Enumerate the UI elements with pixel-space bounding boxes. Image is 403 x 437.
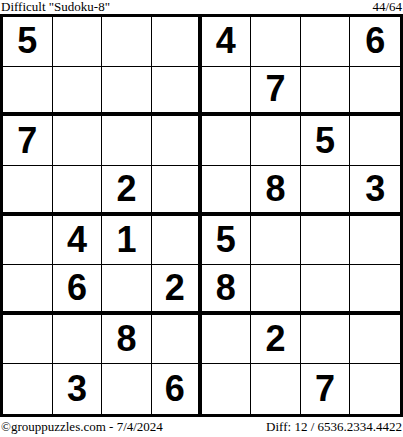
sudoku-cell-r3c3[interactable]: [102, 116, 152, 166]
given-digit: 2: [165, 270, 185, 306]
given-digit: 5: [315, 123, 335, 159]
sudoku-cell-r2c7[interactable]: [301, 67, 351, 117]
sudoku-cell-r5c1[interactable]: [3, 216, 53, 266]
sudoku-cell-r1c5[interactable]: 4: [202, 17, 252, 67]
sudoku-cell-r7c3[interactable]: 8: [102, 315, 152, 365]
given-digit: 6: [67, 270, 87, 306]
given-digit: 8: [265, 171, 285, 207]
sudoku-cell-r2c4[interactable]: [152, 67, 202, 117]
given-digit: 4: [216, 23, 236, 59]
sudoku-cell-r5c2[interactable]: 4: [53, 216, 103, 266]
sudoku-cell-r8c2[interactable]: 3: [53, 364, 103, 414]
sudoku-cell-r1c6[interactable]: [251, 17, 301, 67]
sudoku-cell-r5c4[interactable]: [152, 216, 202, 266]
sudoku-cell-r6c8[interactable]: [350, 265, 400, 315]
sudoku-cell-r3c4[interactable]: [152, 116, 202, 166]
given-digit: 2: [265, 321, 285, 357]
sudoku-cell-r8c3[interactable]: [102, 364, 152, 414]
given-digit: 8: [117, 321, 137, 357]
sudoku-cell-r2c3[interactable]: [102, 67, 152, 117]
given-digit: 7: [265, 71, 285, 107]
sudoku-cell-r7c1[interactable]: [3, 315, 53, 365]
sudoku-cell-r2c8[interactable]: [350, 67, 400, 117]
sudoku-board: 54677528341562882367: [0, 14, 403, 417]
sudoku-cell-r1c8[interactable]: 6: [350, 17, 400, 67]
sudoku-cell-r2c2[interactable]: [53, 67, 103, 117]
puzzle-title: Difficult "Sudoku-8": [1, 0, 110, 14]
sudoku-cell-r8c7[interactable]: 7: [301, 364, 351, 414]
given-digit: 8: [216, 270, 236, 306]
sudoku-cell-r7c4[interactable]: [152, 315, 202, 365]
given-digit: 3: [365, 171, 385, 207]
sudoku-cell-r4c2[interactable]: [53, 166, 103, 216]
sudoku-cell-r3c1[interactable]: 7: [3, 116, 53, 166]
sudoku-cell-r4c4[interactable]: [152, 166, 202, 216]
sudoku-cell-r3c5[interactable]: [202, 116, 252, 166]
given-digit: 1: [117, 222, 137, 258]
sudoku-cell-r8c5[interactable]: [202, 364, 252, 414]
sudoku-cell-r8c1[interactable]: [3, 364, 53, 414]
sudoku-cell-r7c2[interactable]: [53, 315, 103, 365]
sudoku-cell-r2c6[interactable]: 7: [251, 67, 301, 117]
sudoku-cell-r1c7[interactable]: [301, 17, 351, 67]
sudoku-cell-r1c2[interactable]: [53, 17, 103, 67]
sudoku-cell-r5c3[interactable]: 1: [102, 216, 152, 266]
sudoku-cell-r3c7[interactable]: 5: [301, 116, 351, 166]
sudoku-cell-r4c5[interactable]: [202, 166, 252, 216]
sudoku-cell-r6c2[interactable]: 6: [53, 265, 103, 315]
sudoku-cell-r6c6[interactable]: [251, 265, 301, 315]
sudoku-cell-r2c1[interactable]: [3, 67, 53, 117]
sudoku-cell-r3c6[interactable]: [251, 116, 301, 166]
sudoku-cell-r7c8[interactable]: [350, 315, 400, 365]
sudoku-cell-r5c5[interactable]: 5: [202, 216, 252, 266]
given-digit: 6: [365, 23, 385, 59]
sudoku-cell-r6c4[interactable]: 2: [152, 265, 202, 315]
sudoku-cell-r1c3[interactable]: [102, 17, 152, 67]
sudoku-cell-r8c6[interactable]: [251, 364, 301, 414]
empty-cells-counter: 44/64: [372, 0, 402, 14]
given-digit: 5: [216, 222, 236, 258]
sudoku-page: Difficult "Sudoku-8" 44/64 5467752834156…: [0, 0, 403, 437]
sudoku-cell-r4c3[interactable]: 2: [102, 166, 152, 216]
sudoku-cell-r5c8[interactable]: [350, 216, 400, 266]
given-digit: 7: [315, 371, 335, 407]
sudoku-cell-r7c5[interactable]: [202, 315, 252, 365]
sudoku-cell-r7c6[interactable]: 2: [251, 315, 301, 365]
sudoku-cell-r6c1[interactable]: [3, 265, 53, 315]
sudoku-cell-r5c7[interactable]: [301, 216, 351, 266]
sudoku-cell-r3c8[interactable]: [350, 116, 400, 166]
sudoku-cell-r1c1[interactable]: 5: [3, 17, 53, 67]
header: Difficult "Sudoku-8" 44/64: [0, 0, 403, 14]
given-digit: 4: [67, 222, 87, 258]
sudoku-cell-r7c7[interactable]: [301, 315, 351, 365]
sudoku-cell-r2c5[interactable]: [202, 67, 252, 117]
sudoku-cell-r5c6[interactable]: [251, 216, 301, 266]
difficulty-rating: Diff: 12 / 6536.2334.4422: [266, 418, 402, 436]
sudoku-cell-r8c4[interactable]: 6: [152, 364, 202, 414]
given-digit: 7: [17, 123, 37, 159]
sudoku-cell-r4c1[interactable]: [3, 166, 53, 216]
copyright-date: ©grouppuzzles.com - 7/4/2024: [1, 418, 163, 436]
sudoku-cell-r4c6[interactable]: 8: [251, 166, 301, 216]
sudoku-cell-r6c5[interactable]: 8: [202, 265, 252, 315]
sudoku-cell-r4c8[interactable]: 3: [350, 166, 400, 216]
sudoku-cell-r4c7[interactable]: [301, 166, 351, 216]
given-digit: 2: [117, 171, 137, 207]
sudoku-cell-r8c8[interactable]: [350, 364, 400, 414]
sudoku-cell-r1c4[interactable]: [152, 17, 202, 67]
given-digit: 3: [67, 371, 87, 407]
given-digit: 6: [165, 371, 185, 407]
sudoku-cell-r3c2[interactable]: [53, 116, 103, 166]
sudoku-cell-r6c7[interactable]: [301, 265, 351, 315]
given-digit: 5: [17, 23, 37, 59]
footer: ©grouppuzzles.com - 7/4/2024 Diff: 12 / …: [0, 417, 403, 437]
sudoku-cell-r6c3[interactable]: [102, 265, 152, 315]
